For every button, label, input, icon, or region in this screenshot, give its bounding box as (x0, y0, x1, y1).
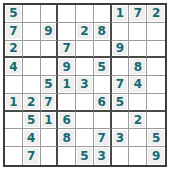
cell-r8c2: 4 (23, 129, 41, 147)
cell-r7c3: 1 (41, 112, 59, 130)
cell-r5c9[interactable] (147, 76, 165, 94)
cell-r2c8[interactable] (129, 23, 147, 41)
cell-r8c6: 7 (94, 129, 112, 147)
cell-r2c9[interactable] (147, 23, 165, 41)
cell-r2c3: 9 (41, 23, 59, 41)
cell-r2c1: 7 (5, 23, 23, 41)
cell-r1c4[interactable] (58, 5, 76, 23)
cell-r5c1[interactable] (5, 76, 23, 94)
cell-r4c7[interactable] (112, 58, 130, 76)
cell-r5c6[interactable] (94, 76, 112, 94)
cell-r1c7: 1 (112, 5, 130, 23)
cell-r5c4: 1 (58, 76, 76, 94)
cell-r4c3[interactable] (41, 58, 59, 76)
cell-r9c1[interactable] (5, 147, 23, 165)
cell-r2c7[interactable] (112, 23, 130, 41)
cell-r3c6[interactable] (94, 41, 112, 59)
cell-r5c5: 3 (76, 76, 94, 94)
cell-r7c4: 6 (58, 112, 76, 130)
cell-r9c7[interactable] (112, 147, 130, 165)
cell-r1c6[interactable] (94, 5, 112, 23)
cell-r6c2: 2 (23, 94, 41, 112)
cell-r4c2[interactable] (23, 58, 41, 76)
cell-r7c9[interactable] (147, 112, 165, 130)
cell-r8c1[interactable] (5, 129, 23, 147)
cell-r7c6[interactable] (94, 112, 112, 130)
cell-r1c5[interactable] (76, 5, 94, 23)
cell-r9c6: 3 (94, 147, 112, 165)
cell-r1c8: 7 (129, 5, 147, 23)
cell-r7c7[interactable] (112, 112, 130, 130)
cell-r3c9[interactable] (147, 41, 165, 59)
sudoku-page: 51727928279495851374127655162487357539 (0, 0, 170, 170)
cell-r6c8[interactable] (129, 94, 147, 112)
cell-r4c6: 5 (94, 58, 112, 76)
cell-r3c1: 2 (5, 41, 23, 59)
cell-r4c9[interactable] (147, 58, 165, 76)
cell-r1c9: 2 (147, 5, 165, 23)
cell-r1c2[interactable] (23, 5, 41, 23)
cell-r4c8: 8 (129, 58, 147, 76)
cell-r8c5[interactable] (76, 129, 94, 147)
cell-r7c8: 2 (129, 112, 147, 130)
sudoku-board: 51727928279495851374127655162487357539 (3, 3, 167, 167)
cell-r9c8[interactable] (129, 147, 147, 165)
cell-r7c5[interactable] (76, 112, 94, 130)
cell-r5c7: 7 (112, 76, 130, 94)
cell-r6c1: 1 (5, 94, 23, 112)
cell-r5c2[interactable] (23, 76, 41, 94)
cell-r6c6: 6 (94, 94, 112, 112)
cell-r6c4[interactable] (58, 94, 76, 112)
cell-r6c9[interactable] (147, 94, 165, 112)
cell-r9c4[interactable] (58, 147, 76, 165)
cell-r8c4: 8 (58, 129, 76, 147)
cell-r3c2[interactable] (23, 41, 41, 59)
cell-r1c1: 5 (5, 5, 23, 23)
cell-r6c5[interactable] (76, 94, 94, 112)
cell-r5c8: 4 (129, 76, 147, 94)
cell-r2c6: 8 (94, 23, 112, 41)
cell-r9c5: 5 (76, 147, 94, 165)
cell-r3c8[interactable] (129, 41, 147, 59)
cell-r7c1[interactable] (5, 112, 23, 130)
cell-r4c1: 4 (5, 58, 23, 76)
cell-r3c3[interactable] (41, 41, 59, 59)
cell-r1c3[interactable] (41, 5, 59, 23)
cell-r4c5[interactable] (76, 58, 94, 76)
cell-r8c3[interactable] (41, 129, 59, 147)
cell-r8c7: 3 (112, 129, 130, 147)
cell-r8c9: 5 (147, 129, 165, 147)
cell-r6c3: 7 (41, 94, 59, 112)
cell-r3c5[interactable] (76, 41, 94, 59)
cell-r7c2: 5 (23, 112, 41, 130)
cell-r2c5: 2 (76, 23, 94, 41)
cell-r6c7: 5 (112, 94, 130, 112)
cell-r2c4[interactable] (58, 23, 76, 41)
cell-r9c9: 9 (147, 147, 165, 165)
cell-r2c2[interactable] (23, 23, 41, 41)
cell-r9c3[interactable] (41, 147, 59, 165)
cell-r3c4: 7 (58, 41, 76, 59)
cell-r8c8[interactable] (129, 129, 147, 147)
cell-r5c3: 5 (41, 76, 59, 94)
cell-r4c4: 9 (58, 58, 76, 76)
cell-r9c2: 7 (23, 147, 41, 165)
cell-r3c7: 9 (112, 41, 130, 59)
